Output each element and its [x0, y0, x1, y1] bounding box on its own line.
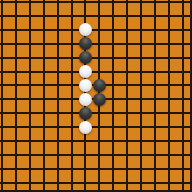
- white-stone: [79, 23, 92, 36]
- grid-line-horizontal: [0, 57, 192, 59]
- white-stone: [79, 93, 92, 106]
- black-stone: [79, 107, 92, 120]
- grid-line-horizontal: [0, 126, 192, 128]
- grid-line-vertical: [71, 0, 73, 192]
- grid-line-horizontal: [0, 182, 192, 184]
- grid-line-vertical: [182, 0, 184, 192]
- grid-line-vertical: [140, 0, 142, 192]
- grid-line-horizontal: [0, 168, 192, 170]
- black-stone: [79, 37, 92, 50]
- black-stone: [79, 51, 92, 64]
- grid-line-horizontal: [0, 140, 192, 142]
- white-stone: [79, 79, 92, 92]
- grid-line-horizontal: [0, 112, 192, 114]
- black-stone: [93, 79, 106, 92]
- grid-line-vertical: [43, 0, 45, 192]
- grid-line-horizontal: [0, 154, 192, 156]
- grid-line-horizontal: [0, 29, 192, 31]
- black-stone: [93, 93, 106, 106]
- grid-line-horizontal: [0, 71, 192, 73]
- grid-line-horizontal: [0, 43, 192, 45]
- white-stone: [79, 121, 92, 134]
- grid-line-vertical: [154, 0, 156, 192]
- grid-line-vertical: [112, 0, 114, 192]
- white-stone: [79, 65, 92, 78]
- grid-line-vertical: [57, 0, 59, 192]
- gomoku-board[interactable]: [0, 0, 192, 192]
- grid-line-vertical: [168, 0, 170, 192]
- grid-line-vertical: [126, 0, 128, 192]
